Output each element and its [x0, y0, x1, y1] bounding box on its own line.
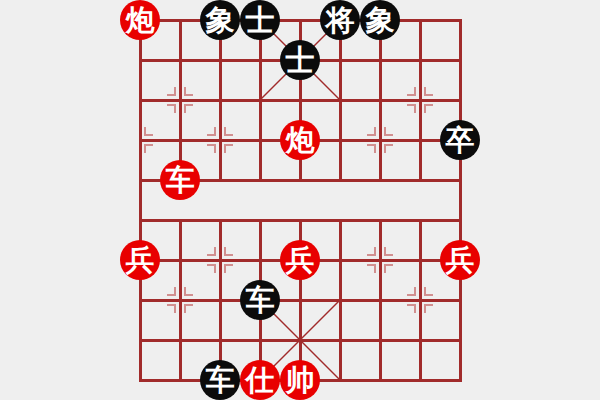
piece-red-cannon[interactable]: 炮: [120, 0, 160, 40]
piece-black-elephant[interactable]: 象: [360, 0, 400, 40]
xiangqi-screenshot: 炮象士将象士炮卒车兵兵兵车车仕帅: [0, 0, 600, 400]
piece-red-soldier[interactable]: 兵: [280, 240, 320, 280]
piece-red-general[interactable]: 帅: [280, 360, 320, 400]
piece-red-cannon[interactable]: 炮: [280, 120, 320, 160]
piece-red-chariot[interactable]: 车: [160, 160, 200, 200]
piece-black-chariot[interactable]: 车: [240, 280, 280, 320]
piece-black-advisor[interactable]: 士: [240, 0, 280, 40]
piece-black-elephant[interactable]: 象: [200, 0, 240, 40]
piece-black-chariot[interactable]: 车: [200, 360, 240, 400]
piece-red-soldier[interactable]: 兵: [120, 240, 160, 280]
piece-red-soldier[interactable]: 兵: [440, 240, 480, 280]
piece-black-general[interactable]: 将: [320, 0, 360, 40]
piece-black-soldier[interactable]: 卒: [440, 120, 480, 160]
piece-red-advisor[interactable]: 仕: [240, 360, 280, 400]
piece-black-advisor[interactable]: 士: [280, 40, 320, 80]
pieces-layer: 炮象士将象士炮卒车兵兵兵车车仕帅: [0, 0, 600, 400]
